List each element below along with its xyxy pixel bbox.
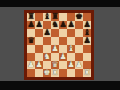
square-f2[interactable]: ♟ <box>67 61 75 69</box>
square-e7[interactable]: ♟ <box>59 21 67 29</box>
square-d7[interactable]: ♞ <box>51 21 59 29</box>
square-f6[interactable] <box>67 29 75 37</box>
white-pawn-icon: ♟ <box>59 53 66 61</box>
square-e1[interactable] <box>59 69 67 77</box>
square-d6[interactable] <box>51 29 59 37</box>
black-knight-icon: ♞ <box>51 21 58 29</box>
square-b6[interactable] <box>35 29 43 37</box>
square-b4[interactable] <box>35 45 43 53</box>
square-g5[interactable] <box>75 37 83 45</box>
square-b2[interactable]: ♟ <box>35 61 43 69</box>
white-pawn-icon: ♟ <box>75 61 82 69</box>
square-e6[interactable] <box>59 29 67 37</box>
white-knight-icon: ♞ <box>43 53 50 61</box>
square-b5[interactable] <box>35 37 43 45</box>
square-f7[interactable]: ♟ <box>67 21 75 29</box>
square-g6[interactable] <box>75 29 83 37</box>
square-a5[interactable]: ♛ <box>27 37 35 45</box>
square-a2[interactable]: ♟ <box>27 61 35 69</box>
black-pawn-icon: ♟ <box>59 21 66 29</box>
square-e2[interactable] <box>59 61 67 69</box>
white-pawn-icon: ♟ <box>51 45 58 53</box>
square-b1[interactable] <box>35 69 43 77</box>
black-pawn-icon: ♟ <box>83 37 90 45</box>
square-h3[interactable] <box>83 53 91 61</box>
square-a7[interactable]: ♟ <box>27 21 35 29</box>
bottom-letterbox-bar <box>0 81 120 90</box>
square-c1[interactable]: ♚ <box>43 69 51 77</box>
square-e3[interactable]: ♟ <box>59 53 67 61</box>
black-queen-icon: ♛ <box>27 37 34 45</box>
square-d4[interactable]: ♟ <box>51 45 59 53</box>
square-h1[interactable]: ♜ <box>83 69 91 77</box>
square-c8[interactable]: ♝ <box>43 13 51 21</box>
square-f4[interactable]: ♝ <box>67 45 75 53</box>
white-pawn-icon: ♟ <box>27 61 34 69</box>
square-h4[interactable] <box>83 45 91 53</box>
square-g7[interactable] <box>75 21 83 29</box>
square-g1[interactable] <box>75 69 83 77</box>
white-bishop-icon: ♝ <box>67 45 74 53</box>
square-f1[interactable] <box>67 69 75 77</box>
white-pawn-icon: ♟ <box>67 61 74 69</box>
square-b7[interactable]: ♟ <box>35 21 43 29</box>
top-letterbox-bar <box>0 0 120 7</box>
square-g8[interactable]: ♚ <box>75 13 83 21</box>
square-e5[interactable] <box>59 37 67 45</box>
white-pawn-icon: ♟ <box>35 61 42 69</box>
white-king-icon: ♚ <box>43 69 50 77</box>
square-c3[interactable]: ♞ <box>43 53 51 61</box>
square-d1[interactable]: ♜ <box>51 69 59 77</box>
black-king-icon: ♚ <box>75 13 82 21</box>
square-h5[interactable]: ♟ <box>83 37 91 45</box>
square-g4[interactable] <box>75 45 83 53</box>
white-rook-icon: ♜ <box>83 69 90 77</box>
black-pawn-icon: ♟ <box>27 21 34 29</box>
black-pawn-icon: ♟ <box>35 21 42 29</box>
white-rook-icon: ♜ <box>51 69 58 77</box>
square-g2[interactable]: ♟ <box>75 61 83 69</box>
black-pawn-icon: ♟ <box>43 29 50 37</box>
black-pawn-icon: ♟ <box>67 21 74 29</box>
square-a1[interactable] <box>27 69 35 77</box>
black-bishop-icon: ♝ <box>43 13 50 21</box>
square-c6[interactable]: ♟ <box>43 29 51 37</box>
square-a4[interactable] <box>27 45 35 53</box>
chess-board: ♜♝♜♚♟♟♞♟♟♟♟♝♛♟♟♝♞♟♟♟♛♟♟♚♜♜ <box>24 10 94 80</box>
square-c5[interactable] <box>43 37 51 45</box>
